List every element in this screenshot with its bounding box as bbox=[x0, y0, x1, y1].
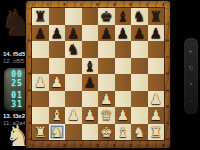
square-a6[interactable] bbox=[32, 41, 49, 58]
piece-white-pawn[interactable]: ♟ bbox=[67, 108, 80, 122]
square-g1[interactable]: ♞ bbox=[131, 124, 148, 141]
square-g5[interactable] bbox=[131, 58, 148, 75]
piece-black-knight[interactable]: ♞ bbox=[133, 9, 146, 23]
square-f3[interactable] bbox=[115, 91, 132, 108]
piece-white-bishop[interactable]: ♝ bbox=[116, 125, 129, 139]
square-f1[interactable]: ♝ bbox=[115, 124, 132, 141]
square-e7[interactable]: ♟ bbox=[98, 25, 115, 42]
nav-dot-2-button[interactable]: ◦ bbox=[189, 98, 193, 104]
frame-ticks-top bbox=[32, 3, 164, 6]
square-e1[interactable]: ♚ bbox=[98, 124, 115, 141]
square-a7[interactable]: ♟ bbox=[32, 25, 49, 42]
square-b8[interactable] bbox=[49, 8, 66, 25]
square-a2[interactable] bbox=[32, 107, 49, 124]
square-b4[interactable]: ♟ bbox=[49, 74, 66, 91]
square-e2[interactable]: ♛ bbox=[98, 107, 115, 124]
square-g4[interactable] bbox=[131, 74, 148, 91]
piece-white-pawn[interactable]: ♟ bbox=[83, 108, 96, 122]
square-c4[interactable] bbox=[65, 74, 82, 91]
square-b5[interactable] bbox=[49, 58, 66, 75]
piece-white-queen[interactable]: ♛ bbox=[100, 108, 113, 122]
square-h2[interactable]: ♟ bbox=[148, 107, 165, 124]
piece-black-pawn[interactable]: ♟ bbox=[67, 26, 80, 40]
piece-black-pawn[interactable]: ♟ bbox=[83, 75, 96, 89]
square-h6[interactable] bbox=[148, 41, 165, 58]
square-f6[interactable] bbox=[115, 41, 132, 58]
board-frame: ♜♚♝♞♜♟♟♟♟♟♟♟♞♝♟♟♟♟♟♝♟♟♛♟♟♜♞♚♝♞♜ bbox=[26, 1, 170, 148]
side-toolbar[interactable]: ▸↻•◦ bbox=[183, 37, 199, 115]
square-b1[interactable]: ♞ bbox=[49, 124, 66, 141]
square-h1[interactable]: ♜ bbox=[148, 124, 165, 141]
piece-white-pawn[interactable]: ♟ bbox=[100, 92, 113, 106]
square-e5[interactable] bbox=[98, 58, 115, 75]
square-f2[interactable]: ♟ bbox=[115, 107, 132, 124]
chess-board[interactable]: ♜♚♝♞♜♟♟♟♟♟♟♟♞♝♟♟♟♟♟♝♟♟♛♟♟♜♞♚♝♞♜ bbox=[32, 8, 164, 140]
piece-black-bishop[interactable]: ♝ bbox=[83, 59, 96, 73]
piece-black-pawn[interactable]: ♟ bbox=[100, 26, 113, 40]
square-c5[interactable] bbox=[65, 58, 82, 75]
square-a1[interactable]: ♜ bbox=[32, 124, 49, 141]
frame-ticks-bottom bbox=[32, 144, 164, 147]
square-b7[interactable]: ♟ bbox=[49, 25, 66, 42]
piece-white-pawn[interactable]: ♟ bbox=[34, 75, 47, 89]
square-g7[interactable]: ♟ bbox=[131, 25, 148, 42]
piece-black-knight[interactable]: ♞ bbox=[67, 42, 80, 56]
square-g2[interactable] bbox=[131, 107, 148, 124]
square-d2[interactable]: ♟ bbox=[82, 107, 99, 124]
square-d1[interactable] bbox=[82, 124, 99, 141]
square-e8[interactable]: ♚ bbox=[98, 8, 115, 25]
square-c6[interactable]: ♞ bbox=[65, 41, 82, 58]
square-d4[interactable]: ♟ bbox=[82, 74, 99, 91]
square-e6[interactable] bbox=[98, 41, 115, 58]
piece-black-rook[interactable]: ♜ bbox=[34, 9, 47, 23]
square-e3[interactable]: ♟ bbox=[98, 91, 115, 108]
piece-black-rook[interactable]: ♜ bbox=[149, 9, 162, 23]
square-f7[interactable]: ♟ bbox=[115, 25, 132, 42]
piece-white-knight[interactable]: ♞ bbox=[50, 125, 63, 139]
piece-white-rook[interactable]: ♜ bbox=[34, 125, 47, 139]
frame-ticks-left bbox=[28, 8, 31, 140]
piece-black-pawn[interactable]: ♟ bbox=[149, 26, 162, 40]
square-c2[interactable]: ♟ bbox=[65, 107, 82, 124]
square-h3[interactable]: ♟ bbox=[148, 91, 165, 108]
piece-white-pawn[interactable]: ♟ bbox=[116, 108, 129, 122]
square-c1[interactable] bbox=[65, 124, 82, 141]
piece-black-bishop[interactable]: ♝ bbox=[116, 9, 129, 23]
square-c8[interactable] bbox=[65, 8, 82, 25]
square-g3[interactable] bbox=[131, 91, 148, 108]
square-a8[interactable]: ♜ bbox=[32, 8, 49, 25]
square-d5[interactable]: ♝ bbox=[82, 58, 99, 75]
square-a5[interactable] bbox=[32, 58, 49, 75]
square-a3[interactable] bbox=[32, 91, 49, 108]
piece-black-king[interactable]: ♚ bbox=[100, 9, 113, 23]
square-h4[interactable] bbox=[148, 74, 165, 91]
square-c3[interactable] bbox=[65, 91, 82, 108]
square-f4[interactable] bbox=[115, 74, 132, 91]
piece-black-pawn[interactable]: ♟ bbox=[34, 26, 47, 40]
square-b2[interactable]: ♝ bbox=[49, 107, 66, 124]
piece-white-pawn[interactable]: ♟ bbox=[149, 92, 162, 106]
piece-black-pawn[interactable]: ♟ bbox=[50, 26, 63, 40]
square-b3[interactable] bbox=[49, 91, 66, 108]
piece-white-bishop[interactable]: ♝ bbox=[50, 108, 63, 122]
square-h8[interactable]: ♜ bbox=[148, 8, 165, 25]
square-a4[interactable]: ♟ bbox=[32, 74, 49, 91]
square-f8[interactable]: ♝ bbox=[115, 8, 132, 25]
square-d3[interactable] bbox=[82, 91, 99, 108]
nav-dot-1-button[interactable]: • bbox=[189, 81, 193, 87]
piece-white-rook[interactable]: ♜ bbox=[149, 125, 162, 139]
square-f5[interactable] bbox=[115, 58, 132, 75]
white-clock-minutes: 01 bbox=[11, 91, 23, 100]
square-h5[interactable] bbox=[148, 58, 165, 75]
nav-rotate-button[interactable]: ↻ bbox=[188, 65, 193, 71]
square-h7[interactable]: ♟ bbox=[148, 25, 165, 42]
square-e4[interactable] bbox=[98, 74, 115, 91]
piece-white-king[interactable]: ♚ bbox=[100, 125, 113, 139]
white-clock-seconds: 31 bbox=[11, 100, 23, 109]
square-b6[interactable] bbox=[49, 41, 66, 58]
piece-white-pawn[interactable]: ♟ bbox=[50, 75, 63, 89]
frame-ticks-right bbox=[166, 8, 169, 140]
piece-black-pawn[interactable]: ♟ bbox=[116, 26, 129, 40]
piece-white-knight[interactable]: ♞ bbox=[133, 125, 146, 139]
piece-white-pawn[interactable]: ♟ bbox=[149, 108, 162, 122]
black-clock-minutes: 00 bbox=[11, 70, 23, 79]
black-clock-seconds: 25 bbox=[11, 79, 23, 88]
nav-forward-button[interactable]: ▸ bbox=[189, 48, 192, 54]
square-c7[interactable]: ♟ bbox=[65, 25, 82, 42]
square-d8[interactable] bbox=[82, 8, 99, 25]
piece-black-pawn[interactable]: ♟ bbox=[133, 26, 146, 40]
square-g6[interactable] bbox=[131, 41, 148, 58]
square-d7[interactable] bbox=[82, 25, 99, 42]
square-d6[interactable] bbox=[82, 41, 99, 58]
square-g8[interactable]: ♞ bbox=[131, 8, 148, 25]
